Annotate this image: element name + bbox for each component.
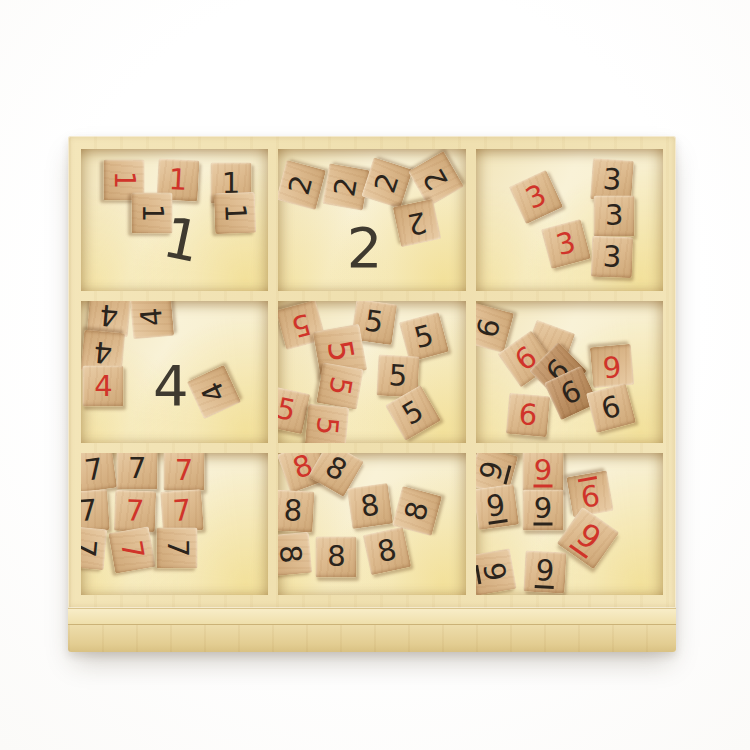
- product-photo: 111111 222222 33333 444444 555555555 666…: [0, 0, 750, 750]
- tile-digit: 6: [602, 351, 623, 382]
- tile-digit: 7: [83, 454, 105, 486]
- tile-6-red[interactable]: 6: [506, 392, 550, 436]
- tile-digit: 5: [278, 394, 298, 427]
- tile-digit: 1: [109, 171, 139, 189]
- tile-2-black[interactable]: 2: [393, 199, 442, 248]
- tile-4-black[interactable]: 4: [130, 301, 174, 339]
- tile-digit: 1: [137, 204, 167, 222]
- tile-digit: 4: [136, 306, 167, 327]
- tile-digit: 5: [388, 361, 408, 392]
- tile-6-red[interactable]: 6: [590, 344, 634, 388]
- tile-digit: 8: [375, 534, 399, 567]
- tile-digit: 4: [94, 371, 112, 401]
- tile-digit: 4: [93, 336, 114, 367]
- tile-digit: 9: [535, 556, 555, 589]
- compartment-4: 444444: [81, 301, 268, 443]
- tile-1-black[interactable]: 1: [132, 192, 173, 233]
- tile-digit: 1: [219, 203, 250, 222]
- tile-5-red[interactable]: 5: [305, 404, 349, 443]
- compartment-1: 111111: [81, 149, 268, 291]
- tile-digit: 8: [359, 489, 381, 521]
- tile-4-red[interactable]: 4: [83, 366, 124, 407]
- tile-5-red[interactable]: 5: [316, 362, 363, 409]
- tile-digit: 6: [598, 391, 624, 425]
- tray-front-rail: [68, 608, 676, 624]
- tile-digit: 9: [578, 477, 602, 512]
- tile-digit: 5: [288, 308, 314, 342]
- floor-printed-digit-4: 4: [153, 358, 189, 414]
- tile-digit: 4: [197, 377, 232, 406]
- tile-7-black[interactable]: 7: [156, 528, 197, 569]
- tile-8-black[interactable]: 8: [278, 490, 315, 533]
- tile-digit: 5: [398, 396, 429, 431]
- tile-digit: 7: [162, 539, 192, 557]
- tile-digit: 2: [418, 163, 453, 194]
- tile-digit: 5: [363, 306, 385, 338]
- tile-2-black[interactable]: 2: [278, 159, 326, 209]
- tile-7-red[interactable]: 7: [164, 453, 205, 491]
- tile-8-black[interactable]: 8: [363, 527, 412, 576]
- tile-digit: 2: [284, 172, 318, 198]
- tile-7-black[interactable]: 7: [117, 453, 158, 489]
- tile-digit: 8: [400, 498, 434, 524]
- tile-digit: 7: [115, 538, 148, 561]
- tile-digit: 9: [534, 455, 552, 487]
- tile-digit: 6: [476, 315, 506, 341]
- tile-2-black[interactable]: 2: [408, 151, 464, 207]
- tile-3-red[interactable]: 3: [540, 219, 590, 269]
- compartment-9: 99999999: [476, 453, 663, 595]
- tile-digit: 8: [321, 453, 352, 486]
- tile-digit: 7: [175, 455, 193, 485]
- tile-digit: 4: [99, 301, 120, 331]
- tile-digit: 9: [570, 518, 607, 558]
- tile-digit: 6: [518, 399, 539, 430]
- tile-8-black[interactable]: 8: [347, 482, 393, 528]
- tile-digit: 3: [553, 227, 579, 261]
- tile-digit: 2: [329, 176, 362, 199]
- compartment-3: 33333: [476, 149, 663, 291]
- compartment-6: 6666666: [476, 301, 663, 443]
- tile-digit: 7: [81, 538, 100, 559]
- tile-digit: 1: [168, 165, 188, 196]
- tile-digit: 5: [321, 337, 359, 364]
- tile-7-red[interactable]: 7: [114, 490, 156, 532]
- tile-5-black[interactable]: 5: [399, 311, 449, 361]
- floor-printed-digit-2: 2: [347, 220, 383, 276]
- tile-digit: 7: [81, 496, 99, 527]
- tile-digit: 7: [172, 496, 193, 527]
- tile-8-black[interactable]: 8: [316, 536, 357, 577]
- tile-digit: 9: [476, 560, 510, 584]
- tile-6-black[interactable]: 6: [585, 382, 635, 432]
- tile-2-black[interactable]: 2: [322, 164, 369, 211]
- tile-digit: 9: [476, 458, 511, 484]
- tile-7-red[interactable]: 7: [108, 526, 155, 573]
- tile-9-black[interactable]: 9: [476, 484, 520, 530]
- tile-9-red[interactable]: 9: [523, 453, 564, 492]
- tile-9-red[interactable]: 9: [566, 470, 613, 517]
- tile-digit: 6: [556, 376, 585, 411]
- tile-digit: 5: [412, 320, 438, 354]
- tile-8-black[interactable]: 8: [278, 532, 311, 576]
- tile-3-red[interactable]: 3: [508, 170, 562, 224]
- tray-front-edge: [68, 624, 676, 652]
- tile-7-black[interactable]: 7: [81, 453, 117, 493]
- tile-digit: 5: [311, 415, 342, 436]
- tile-digit: 3: [521, 180, 550, 215]
- tile-3-black[interactable]: 3: [591, 236, 633, 278]
- tile-digit: 7: [128, 454, 146, 484]
- compartment-5: 555555555: [278, 301, 465, 443]
- tile-1-black[interactable]: 1: [213, 192, 255, 234]
- tile-digit: 7: [126, 496, 145, 527]
- tray-frame: 111111 222222 33333 444444 555555555 666…: [68, 136, 676, 608]
- tile-9-black[interactable]: 9: [476, 549, 517, 595]
- tile-digit: 2: [370, 170, 404, 197]
- tile-digit: 8: [283, 496, 303, 527]
- tile-9-black[interactable]: 9: [523, 551, 566, 594]
- tile-digit: 8: [278, 543, 305, 564]
- tile-digit: 3: [602, 165, 623, 196]
- compartment-8: 88888888: [278, 453, 465, 595]
- tile-digit: 5: [324, 374, 357, 397]
- tile-digit: 9: [485, 490, 508, 524]
- tile-digit: 3: [605, 201, 623, 231]
- tile-2-black[interactable]: 2: [361, 157, 413, 209]
- tile-digit: 8: [327, 542, 345, 572]
- compartment-2: 222222: [278, 149, 465, 291]
- tile-digit: 2: [405, 206, 429, 239]
- tile-3-black[interactable]: 3: [594, 195, 635, 236]
- tile-7-black[interactable]: 7: [81, 526, 107, 570]
- tile-9-black[interactable]: 9: [523, 489, 564, 530]
- compartment-7: 777777777: [81, 453, 268, 595]
- compartment-grid: 111111 222222 33333 444444 555555555 666…: [81, 149, 663, 595]
- tile-4-black[interactable]: 4: [187, 365, 241, 419]
- wooden-tile-tray: 111111 222222 33333 444444 555555555 666…: [68, 136, 676, 652]
- tile-digit: 3: [603, 242, 622, 273]
- tile-digit: 9: [534, 494, 552, 526]
